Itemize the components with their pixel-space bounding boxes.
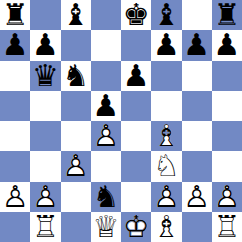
black-knight-icon: ♞ xyxy=(61,61,91,91)
black-pawn-icon: ♟ xyxy=(212,30,242,60)
white-pawn-fill-icon: ♟ xyxy=(151,182,181,212)
square-g6[interactable] xyxy=(182,61,212,91)
white-pawn-fill-icon: ♟ xyxy=(0,182,30,212)
square-g1[interactable] xyxy=(182,212,212,242)
piece-black-pawn[interactable]: ♟ xyxy=(91,91,121,121)
square-h6[interactable] xyxy=(212,61,242,91)
square-g5[interactable] xyxy=(182,91,212,121)
square-b5[interactable] xyxy=(30,91,60,121)
piece-white-bishop[interactable]: ♝♗ xyxy=(151,212,181,242)
black-pawn-icon: ♟ xyxy=(151,30,181,60)
black-pawn-icon: ♟ xyxy=(0,30,30,60)
square-e7[interactable] xyxy=(121,30,151,60)
square-e8[interactable]: ♚ xyxy=(121,0,151,30)
piece-white-pawn[interactable]: ♟♙ xyxy=(30,182,60,212)
white-queen-icon: ♕ xyxy=(91,212,121,242)
square-h7[interactable]: ♟ xyxy=(212,30,242,60)
black-pawn-icon: ♟ xyxy=(121,61,151,91)
square-d8[interactable] xyxy=(91,0,121,30)
square-b4[interactable] xyxy=(30,121,60,151)
square-d5[interactable]: ♟ xyxy=(91,91,121,121)
square-c2[interactable] xyxy=(61,182,91,212)
square-h2[interactable]: ♟♙ xyxy=(212,182,242,212)
piece-white-pawn[interactable]: ♟♙ xyxy=(212,182,242,212)
piece-black-pawn[interactable]: ♟ xyxy=(212,30,242,60)
square-b1[interactable]: ♜♖ xyxy=(30,212,60,242)
piece-black-bishop[interactable]: ♝ xyxy=(151,0,181,30)
piece-white-pawn[interactable]: ♟♙ xyxy=(91,121,121,151)
black-knight-icon: ♞ xyxy=(91,182,121,212)
square-h8[interactable]: ♜ xyxy=(212,0,242,30)
piece-black-pawn[interactable]: ♟ xyxy=(0,30,30,60)
white-knight-icon: ♘ xyxy=(151,151,181,181)
piece-black-rook[interactable]: ♜ xyxy=(0,0,30,30)
black-bishop-icon: ♝ xyxy=(61,0,91,30)
square-g2[interactable]: ♟♙ xyxy=(182,182,212,212)
piece-white-pawn[interactable]: ♟♙ xyxy=(182,182,212,212)
square-f2[interactable]: ♟♙ xyxy=(151,182,181,212)
square-e6[interactable]: ♟ xyxy=(121,61,151,91)
square-f5[interactable] xyxy=(151,91,181,121)
square-d1[interactable]: ♛♕ xyxy=(91,212,121,242)
piece-white-pawn[interactable]: ♟♙ xyxy=(151,182,181,212)
white-rook-icon: ♖ xyxy=(212,212,242,242)
square-f3[interactable]: ♞♘ xyxy=(151,151,181,181)
square-b8[interactable] xyxy=(30,0,60,30)
white-pawn-fill-icon: ♟ xyxy=(212,182,242,212)
square-d7[interactable] xyxy=(91,30,121,60)
square-f7[interactable]: ♟ xyxy=(151,30,181,60)
square-f6[interactable] xyxy=(151,61,181,91)
black-pawn-icon: ♟ xyxy=(91,91,121,121)
piece-black-knight[interactable]: ♞ xyxy=(61,61,91,91)
white-pawn-icon: ♙ xyxy=(91,121,121,151)
square-b2[interactable]: ♟♙ xyxy=(30,182,60,212)
white-pawn-fill-icon: ♟ xyxy=(30,182,60,212)
square-c1[interactable] xyxy=(61,212,91,242)
black-bishop-icon: ♝ xyxy=(151,0,181,30)
white-king-fill-icon: ♚ xyxy=(121,212,151,242)
square-c6[interactable]: ♞ xyxy=(61,61,91,91)
black-king-icon: ♚ xyxy=(121,0,151,30)
square-c4[interactable] xyxy=(61,121,91,151)
square-e1[interactable]: ♚♔ xyxy=(121,212,151,242)
piece-white-bishop[interactable]: ♝♗ xyxy=(151,121,181,151)
black-queen-icon: ♛ xyxy=(30,61,60,91)
square-f4[interactable]: ♝♗ xyxy=(151,121,181,151)
chess-board: ♜♝♚♝♜♟♟♟♟♟♛♞♟♟♟♙♝♗♟♙♞♘♟♙♟♙♞♟♙♟♙♟♙♜♖♛♕♚♔♝… xyxy=(0,0,242,242)
square-g8[interactable] xyxy=(182,0,212,30)
square-h4[interactable] xyxy=(212,121,242,151)
square-e2[interactable] xyxy=(121,182,151,212)
square-b3[interactable] xyxy=(30,151,60,181)
piece-black-pawn[interactable]: ♟ xyxy=(182,30,212,60)
white-rook-fill-icon: ♜ xyxy=(212,212,242,242)
square-f1[interactable]: ♝♗ xyxy=(151,212,181,242)
white-pawn-fill-icon: ♟ xyxy=(91,121,121,151)
square-a3[interactable] xyxy=(0,151,30,181)
piece-white-queen[interactable]: ♛♕ xyxy=(91,212,121,242)
square-e5[interactable] xyxy=(121,91,151,121)
black-rook-icon: ♜ xyxy=(0,0,30,30)
white-pawn-icon: ♙ xyxy=(30,182,60,212)
piece-black-pawn[interactable]: ♟ xyxy=(121,61,151,91)
white-pawn-icon: ♙ xyxy=(212,182,242,212)
white-knight-fill-icon: ♞ xyxy=(151,151,181,181)
square-g3[interactable] xyxy=(182,151,212,181)
square-a8[interactable]: ♜ xyxy=(0,0,30,30)
white-bishop-fill-icon: ♝ xyxy=(151,212,181,242)
black-rook-icon: ♜ xyxy=(212,0,242,30)
square-b6[interactable]: ♛ xyxy=(30,61,60,91)
square-a5[interactable] xyxy=(0,91,30,121)
white-pawn-fill-icon: ♟ xyxy=(182,182,212,212)
piece-white-pawn[interactable]: ♟♙ xyxy=(0,182,30,212)
square-c5[interactable] xyxy=(61,91,91,121)
white-pawn-icon: ♙ xyxy=(151,182,181,212)
square-c8[interactable]: ♝ xyxy=(61,0,91,30)
piece-black-rook[interactable]: ♜ xyxy=(212,0,242,30)
square-a6[interactable] xyxy=(0,61,30,91)
square-d6[interactable] xyxy=(91,61,121,91)
white-queen-fill-icon: ♛ xyxy=(91,212,121,242)
square-h5[interactable] xyxy=(212,91,242,121)
square-e4[interactable] xyxy=(121,121,151,151)
square-c7[interactable] xyxy=(61,30,91,60)
square-g7[interactable]: ♟ xyxy=(182,30,212,60)
square-h1[interactable]: ♜♖ xyxy=(212,212,242,242)
piece-black-pawn[interactable]: ♟ xyxy=(151,30,181,60)
piece-white-king[interactable]: ♚♔ xyxy=(121,212,151,242)
square-d2[interactable]: ♞ xyxy=(91,182,121,212)
white-pawn-icon: ♙ xyxy=(0,182,30,212)
square-h3[interactable] xyxy=(212,151,242,181)
piece-white-knight[interactable]: ♞♘ xyxy=(151,151,181,181)
piece-black-queen[interactable]: ♛ xyxy=(30,61,60,91)
white-bishop-icon: ♗ xyxy=(151,212,181,242)
square-a2[interactable]: ♟♙ xyxy=(0,182,30,212)
square-f8[interactable]: ♝ xyxy=(151,0,181,30)
piece-black-king[interactable]: ♚ xyxy=(121,0,151,30)
square-c3[interactable]: ♟♙ xyxy=(61,151,91,181)
piece-black-bishop[interactable]: ♝ xyxy=(61,0,91,30)
piece-white-rook[interactable]: ♜♖ xyxy=(212,212,242,242)
square-g4[interactable] xyxy=(182,121,212,151)
square-a4[interactable] xyxy=(0,121,30,151)
white-pawn-icon: ♙ xyxy=(182,182,212,212)
square-a1[interactable] xyxy=(0,212,30,242)
black-pawn-icon: ♟ xyxy=(30,30,60,60)
white-rook-icon: ♖ xyxy=(30,212,60,242)
white-pawn-icon: ♙ xyxy=(61,151,91,181)
square-d3[interactable] xyxy=(91,151,121,181)
white-bishop-fill-icon: ♝ xyxy=(151,121,181,151)
piece-black-pawn[interactable]: ♟ xyxy=(30,30,60,60)
black-pawn-icon: ♟ xyxy=(182,30,212,60)
white-king-icon: ♔ xyxy=(121,212,151,242)
square-e3[interactable] xyxy=(121,151,151,181)
white-bishop-icon: ♗ xyxy=(151,121,181,151)
white-rook-fill-icon: ♜ xyxy=(30,212,60,242)
square-a7[interactable]: ♟ xyxy=(0,30,30,60)
piece-white-rook[interactable]: ♜♖ xyxy=(30,212,60,242)
piece-white-pawn[interactable]: ♟♙ xyxy=(61,151,91,181)
square-b7[interactable]: ♟ xyxy=(30,30,60,60)
white-pawn-fill-icon: ♟ xyxy=(61,151,91,181)
square-d4[interactable]: ♟♙ xyxy=(91,121,121,151)
piece-black-knight[interactable]: ♞ xyxy=(91,182,121,212)
